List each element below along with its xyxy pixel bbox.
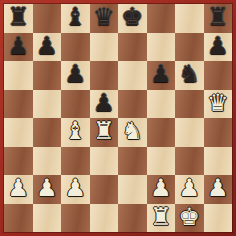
square-g4[interactable] (175, 118, 204, 147)
square-a3[interactable] (4, 147, 33, 176)
square-c3[interactable] (61, 147, 90, 176)
square-h8[interactable]: ♜ (204, 4, 233, 33)
piece-white-pawn-g2: ♟ (178, 176, 200, 200)
square-b2[interactable]: ♟ (33, 175, 62, 204)
square-g1[interactable]: ♚ (175, 204, 204, 233)
square-b8[interactable] (33, 4, 62, 33)
chess-board: ♜♝♛♚♜♟♟♟♟♟♞♟♛♝♜♞♟♟♟♟♟♟♜♚ (4, 4, 232, 232)
square-c4[interactable]: ♝ (61, 118, 90, 147)
square-f7[interactable] (147, 33, 176, 62)
square-d3[interactable] (90, 147, 119, 176)
square-e2[interactable] (118, 175, 147, 204)
square-g8[interactable] (175, 4, 204, 33)
piece-white-pawn-c2: ♟ (64, 176, 86, 200)
square-h6[interactable] (204, 61, 233, 90)
piece-white-rook-f1: ♜ (150, 205, 172, 229)
square-b4[interactable] (33, 118, 62, 147)
square-b1[interactable] (33, 204, 62, 233)
square-e3[interactable] (118, 147, 147, 176)
square-c8[interactable]: ♝ (61, 4, 90, 33)
piece-black-rook-h8: ♜ (207, 5, 229, 29)
square-g6[interactable]: ♞ (175, 61, 204, 90)
piece-white-rook-d4: ♜ (93, 119, 115, 143)
piece-black-knight-g6: ♞ (178, 62, 200, 86)
square-d5[interactable]: ♟ (90, 90, 119, 119)
square-h2[interactable]: ♟ (204, 175, 233, 204)
square-f8[interactable] (147, 4, 176, 33)
piece-white-pawn-f2: ♟ (150, 176, 172, 200)
square-f6[interactable]: ♟ (147, 61, 176, 90)
square-a5[interactable] (4, 90, 33, 119)
square-h4[interactable] (204, 118, 233, 147)
piece-white-bishop-c4: ♝ (64, 119, 86, 143)
square-c5[interactable] (61, 90, 90, 119)
square-a7[interactable]: ♟ (4, 33, 33, 62)
piece-black-bishop-c8: ♝ (64, 5, 86, 29)
piece-black-pawn-f6: ♟ (150, 62, 172, 86)
square-d6[interactable] (90, 61, 119, 90)
square-a2[interactable]: ♟ (4, 175, 33, 204)
square-g5[interactable] (175, 90, 204, 119)
square-b7[interactable]: ♟ (33, 33, 62, 62)
piece-black-pawn-a7: ♟ (7, 34, 29, 58)
piece-black-pawn-d5: ♟ (93, 91, 115, 115)
piece-black-pawn-h7: ♟ (207, 34, 229, 58)
square-e8[interactable]: ♚ (118, 4, 147, 33)
square-b6[interactable] (33, 61, 62, 90)
square-b3[interactable] (33, 147, 62, 176)
piece-white-queen-h5: ♛ (207, 91, 229, 115)
square-e4[interactable]: ♞ (118, 118, 147, 147)
square-f1[interactable]: ♜ (147, 204, 176, 233)
square-a4[interactable] (4, 118, 33, 147)
square-d7[interactable] (90, 33, 119, 62)
square-f3[interactable] (147, 147, 176, 176)
square-f5[interactable] (147, 90, 176, 119)
piece-white-pawn-h2: ♟ (207, 176, 229, 200)
square-c6[interactable]: ♟ (61, 61, 90, 90)
square-h7[interactable]: ♟ (204, 33, 233, 62)
square-e7[interactable] (118, 33, 147, 62)
piece-black-pawn-b7: ♟ (36, 34, 58, 58)
square-a1[interactable] (4, 204, 33, 233)
square-d8[interactable]: ♛ (90, 4, 119, 33)
square-a6[interactable] (4, 61, 33, 90)
square-g2[interactable]: ♟ (175, 175, 204, 204)
square-d2[interactable] (90, 175, 119, 204)
square-e6[interactable] (118, 61, 147, 90)
square-a8[interactable]: ♜ (4, 4, 33, 33)
piece-black-rook-a8: ♜ (7, 5, 29, 29)
square-e1[interactable] (118, 204, 147, 233)
square-b5[interactable] (33, 90, 62, 119)
square-g3[interactable] (175, 147, 204, 176)
square-h1[interactable] (204, 204, 233, 233)
piece-black-pawn-c6: ♟ (64, 62, 86, 86)
square-h3[interactable] (204, 147, 233, 176)
square-d1[interactable] (90, 204, 119, 233)
square-f4[interactable] (147, 118, 176, 147)
piece-white-pawn-b2: ♟ (36, 176, 58, 200)
chess-board-frame: ♜♝♛♚♜♟♟♟♟♟♞♟♛♝♜♞♟♟♟♟♟♟♜♚ (0, 0, 236, 236)
piece-black-queen-d8: ♛ (93, 5, 115, 29)
piece-white-pawn-a2: ♟ (7, 176, 29, 200)
square-f2[interactable]: ♟ (147, 175, 176, 204)
square-c1[interactable] (61, 204, 90, 233)
square-h5[interactable]: ♛ (204, 90, 233, 119)
square-e5[interactable] (118, 90, 147, 119)
square-c7[interactable] (61, 33, 90, 62)
square-g7[interactable] (175, 33, 204, 62)
square-c2[interactable]: ♟ (61, 175, 90, 204)
piece-black-king-e8: ♚ (121, 5, 143, 29)
piece-white-knight-e4: ♞ (121, 119, 143, 143)
square-d4[interactable]: ♜ (90, 118, 119, 147)
piece-white-king-g1: ♚ (178, 205, 200, 229)
